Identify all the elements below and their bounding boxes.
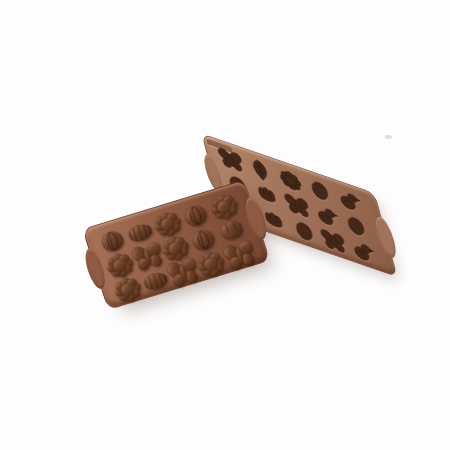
raised-shape-grid (96, 192, 253, 297)
photo-artifact-speck (385, 135, 392, 139)
raised-shape-butterfly (223, 240, 255, 270)
cavity-chick (347, 236, 379, 268)
chocolate-mold-front-bottom-side-up (82, 179, 270, 310)
product-photo-scene (0, 0, 450, 450)
mold-side-tab-right (372, 214, 399, 260)
